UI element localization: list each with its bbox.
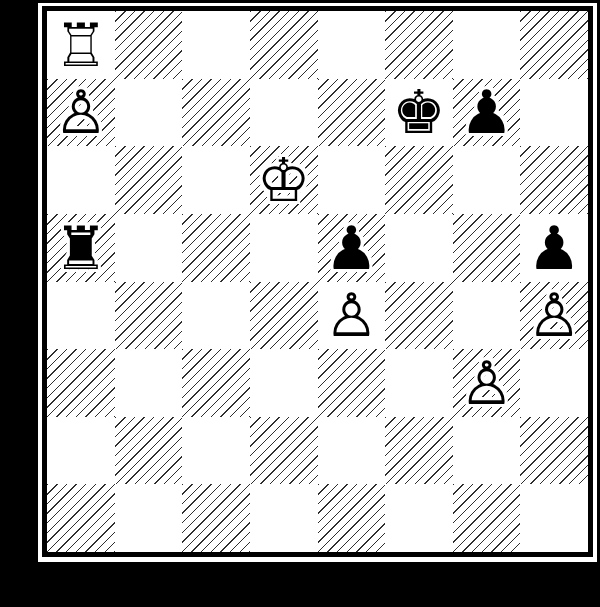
piece-black-pawn-g7[interactable]: ♟	[460, 82, 514, 142]
square-b2[interactable]	[115, 417, 183, 485]
square-b7[interactable]	[115, 79, 183, 147]
piece-white-pawn-g3[interactable]: ♙	[460, 353, 514, 413]
piece-black-pawn-e5[interactable]: ♟	[324, 218, 378, 278]
square-g3[interactable]: ♙	[453, 349, 521, 417]
square-a7[interactable]: ♙	[47, 79, 115, 147]
square-d8[interactable]	[250, 11, 318, 79]
square-f7[interactable]: ♚	[385, 79, 453, 147]
square-e6[interactable]	[318, 146, 386, 214]
square-f8[interactable]	[385, 11, 453, 79]
square-a4[interactable]	[47, 282, 115, 350]
square-a3[interactable]	[47, 349, 115, 417]
square-c4[interactable]	[182, 282, 250, 350]
square-d6[interactable]: ♔	[250, 146, 318, 214]
square-h7[interactable]	[520, 79, 588, 147]
square-a6[interactable]	[47, 146, 115, 214]
square-b4[interactable]	[115, 282, 183, 350]
square-f2[interactable]	[385, 417, 453, 485]
square-b6[interactable]	[115, 146, 183, 214]
square-a8[interactable]: ♖	[47, 11, 115, 79]
square-c7[interactable]	[182, 79, 250, 147]
square-h8[interactable]	[520, 11, 588, 79]
square-c1[interactable]	[182, 484, 250, 552]
square-d5[interactable]	[250, 214, 318, 282]
board-frame: ♖♙♚♟♔♜♟♟♙♙♙	[42, 6, 593, 557]
square-e1[interactable]	[318, 484, 386, 552]
piece-black-pawn-h5[interactable]: ♟	[527, 218, 581, 278]
square-h1[interactable]	[520, 484, 588, 552]
piece-white-pawn-h4[interactable]: ♙	[527, 285, 581, 345]
square-f5[interactable]	[385, 214, 453, 282]
square-g2[interactable]	[453, 417, 521, 485]
square-c8[interactable]	[182, 11, 250, 79]
chess-board: ♖♙♚♟♔♜♟♟♙♙♙	[47, 11, 588, 552]
square-g8[interactable]	[453, 11, 521, 79]
square-h4[interactable]: ♙	[520, 282, 588, 350]
square-d3[interactable]	[250, 349, 318, 417]
square-a5[interactable]: ♜	[47, 214, 115, 282]
piece-white-king-d6[interactable]: ♔	[257, 150, 311, 210]
square-e7[interactable]	[318, 79, 386, 147]
square-f4[interactable]	[385, 282, 453, 350]
square-d2[interactable]	[250, 417, 318, 485]
square-c6[interactable]	[182, 146, 250, 214]
square-f6[interactable]	[385, 146, 453, 214]
square-d4[interactable]	[250, 282, 318, 350]
piece-white-rook-a8[interactable]: ♖	[54, 15, 108, 75]
board-mat: ♖♙♚♟♔♜♟♟♙♙♙	[38, 3, 597, 562]
square-g1[interactable]	[453, 484, 521, 552]
piece-black-king-f7[interactable]: ♚	[392, 82, 446, 142]
square-d7[interactable]	[250, 79, 318, 147]
square-c2[interactable]	[182, 417, 250, 485]
square-h6[interactable]	[520, 146, 588, 214]
square-b8[interactable]	[115, 11, 183, 79]
square-b1[interactable]	[115, 484, 183, 552]
square-b5[interactable]	[115, 214, 183, 282]
square-e4[interactable]: ♙	[318, 282, 386, 350]
square-d1[interactable]	[250, 484, 318, 552]
piece-white-pawn-a7[interactable]: ♙	[54, 82, 108, 142]
square-c3[interactable]	[182, 349, 250, 417]
square-a1[interactable]	[47, 484, 115, 552]
square-h5[interactable]: ♟	[520, 214, 588, 282]
square-a2[interactable]	[47, 417, 115, 485]
square-c5[interactable]	[182, 214, 250, 282]
square-e2[interactable]	[318, 417, 386, 485]
square-e3[interactable]	[318, 349, 386, 417]
square-g6[interactable]	[453, 146, 521, 214]
square-b3[interactable]	[115, 349, 183, 417]
square-f1[interactable]	[385, 484, 453, 552]
piece-black-rook-a5[interactable]: ♜	[54, 218, 108, 278]
square-e8[interactable]	[318, 11, 386, 79]
square-h2[interactable]	[520, 417, 588, 485]
square-e5[interactable]: ♟	[318, 214, 386, 282]
square-h3[interactable]	[520, 349, 588, 417]
square-g4[interactable]	[453, 282, 521, 350]
square-g5[interactable]	[453, 214, 521, 282]
square-f3[interactable]	[385, 349, 453, 417]
square-g7[interactable]: ♟	[453, 79, 521, 147]
piece-white-pawn-e4[interactable]: ♙	[324, 285, 378, 345]
